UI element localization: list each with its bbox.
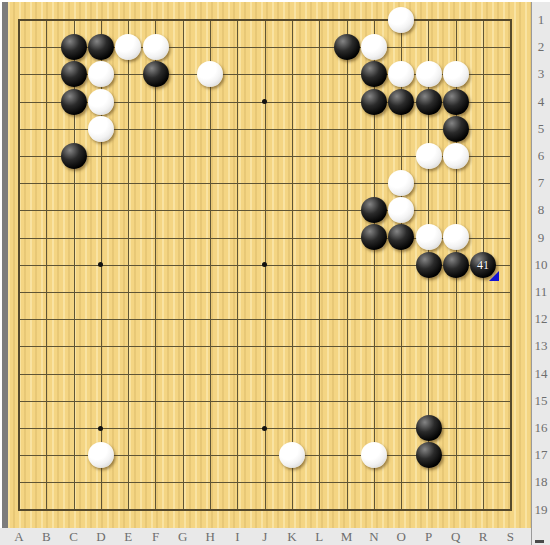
intersection-L10[interactable]	[306, 251, 333, 278]
intersection-B17[interactable]	[33, 441, 60, 468]
intersection-Q19[interactable]	[442, 496, 469, 523]
intersection-G2[interactable]	[169, 34, 196, 61]
intersection-J15[interactable]	[251, 387, 278, 414]
intersection-Q11[interactable]	[442, 278, 469, 305]
intersection-D11[interactable]	[87, 278, 114, 305]
white-stone-O7[interactable]	[388, 170, 414, 196]
intersection-C13[interactable]	[60, 333, 87, 360]
intersection-H19[interactable]	[196, 496, 223, 523]
intersection-G19[interactable]	[169, 496, 196, 523]
intersection-J1[interactable]	[251, 6, 278, 33]
intersection-E19[interactable]	[115, 496, 142, 523]
intersection-O1[interactable]	[388, 6, 415, 33]
white-stone-O1[interactable]	[388, 7, 414, 33]
intersection-S1[interactable]	[497, 6, 524, 33]
intersection-A1[interactable]	[5, 6, 32, 33]
intersection-O9[interactable]	[388, 224, 415, 251]
intersection-F11[interactable]	[142, 278, 169, 305]
intersection-G9[interactable]	[169, 224, 196, 251]
intersection-I9[interactable]	[224, 224, 251, 251]
intersection-O6[interactable]	[388, 142, 415, 169]
intersection-D3[interactable]	[87, 61, 114, 88]
intersection-L5[interactable]	[306, 115, 333, 142]
intersection-M1[interactable]	[333, 6, 360, 33]
black-stone-O4[interactable]	[388, 89, 414, 115]
intersection-O17[interactable]	[388, 441, 415, 468]
intersection-Q1[interactable]	[442, 6, 469, 33]
intersection-J7[interactable]	[251, 170, 278, 197]
intersection-O3[interactable]	[388, 61, 415, 88]
intersection-F6[interactable]	[142, 142, 169, 169]
intersection-R18[interactable]	[469, 469, 496, 496]
intersection-H14[interactable]	[196, 360, 223, 387]
intersection-K16[interactable]	[278, 414, 305, 441]
intersection-K18[interactable]	[278, 469, 305, 496]
intersection-Q5[interactable]	[442, 115, 469, 142]
intersection-P4[interactable]	[415, 88, 442, 115]
intersection-H16[interactable]	[196, 414, 223, 441]
intersection-C16[interactable]	[60, 414, 87, 441]
intersection-I12[interactable]	[224, 305, 251, 332]
intersection-F15[interactable]	[142, 387, 169, 414]
intersection-E13[interactable]	[115, 333, 142, 360]
intersection-M13[interactable]	[333, 333, 360, 360]
intersection-D12[interactable]	[87, 305, 114, 332]
intersection-B16[interactable]	[33, 414, 60, 441]
intersection-H18[interactable]	[196, 469, 223, 496]
intersection-P11[interactable]	[415, 278, 442, 305]
black-stone-C2[interactable]	[61, 34, 87, 60]
intersection-Q16[interactable]	[442, 414, 469, 441]
intersection-S8[interactable]	[497, 197, 524, 224]
intersection-J9[interactable]	[251, 224, 278, 251]
intersection-Q9[interactable]	[442, 224, 469, 251]
intersection-H13[interactable]	[196, 333, 223, 360]
intersection-H8[interactable]	[196, 197, 223, 224]
black-stone-N3[interactable]	[361, 61, 387, 87]
intersection-R2[interactable]	[469, 34, 496, 61]
intersection-D5[interactable]	[87, 115, 114, 142]
intersection-P12[interactable]	[415, 305, 442, 332]
intersection-O15[interactable]	[388, 387, 415, 414]
intersection-B9[interactable]	[33, 224, 60, 251]
intersection-A19[interactable]	[5, 496, 32, 523]
intersection-G12[interactable]	[169, 305, 196, 332]
black-stone-C6[interactable]	[61, 143, 87, 169]
intersection-B11[interactable]	[33, 278, 60, 305]
intersection-A9[interactable]	[5, 224, 32, 251]
intersection-K6[interactable]	[278, 142, 305, 169]
intersection-S19[interactable]	[497, 496, 524, 523]
intersection-K5[interactable]	[278, 115, 305, 142]
intersection-M4[interactable]	[333, 88, 360, 115]
intersection-Q17[interactable]	[442, 441, 469, 468]
intersection-B18[interactable]	[33, 469, 60, 496]
black-stone-P16[interactable]	[416, 415, 442, 441]
intersection-L11[interactable]	[306, 278, 333, 305]
intersection-N5[interactable]	[360, 115, 387, 142]
intersection-K14[interactable]	[278, 360, 305, 387]
intersection-P8[interactable]	[415, 197, 442, 224]
intersection-G16[interactable]	[169, 414, 196, 441]
intersection-M3[interactable]	[333, 61, 360, 88]
intersection-A4[interactable]	[5, 88, 32, 115]
intersection-N14[interactable]	[360, 360, 387, 387]
white-stone-Q3[interactable]	[443, 61, 469, 87]
intersection-M11[interactable]	[333, 278, 360, 305]
intersection-A11[interactable]	[5, 278, 32, 305]
intersection-P9[interactable]	[415, 224, 442, 251]
black-stone-N9[interactable]	[361, 224, 387, 250]
intersection-I7[interactable]	[224, 170, 251, 197]
intersection-N17[interactable]	[360, 441, 387, 468]
intersection-A2[interactable]	[5, 34, 32, 61]
intersection-Q14[interactable]	[442, 360, 469, 387]
intersection-F18[interactable]	[142, 469, 169, 496]
intersection-S12[interactable]	[497, 305, 524, 332]
intersection-E3[interactable]	[115, 61, 142, 88]
intersection-C6[interactable]	[60, 142, 87, 169]
intersection-N2[interactable]	[360, 34, 387, 61]
intersection-R6[interactable]	[469, 142, 496, 169]
intersection-M18[interactable]	[333, 469, 360, 496]
intersection-E9[interactable]	[115, 224, 142, 251]
intersection-B2[interactable]	[33, 34, 60, 61]
intersection-C2[interactable]	[60, 34, 87, 61]
intersection-N15[interactable]	[360, 387, 387, 414]
intersection-D4[interactable]	[87, 88, 114, 115]
intersection-Q4[interactable]	[442, 88, 469, 115]
intersection-O16[interactable]	[388, 414, 415, 441]
intersection-D8[interactable]	[87, 197, 114, 224]
intersection-G6[interactable]	[169, 142, 196, 169]
intersection-C5[interactable]	[60, 115, 87, 142]
black-stone-Q10[interactable]	[443, 252, 469, 278]
intersection-Q12[interactable]	[442, 305, 469, 332]
intersection-K17[interactable]	[278, 441, 305, 468]
intersection-L7[interactable]	[306, 170, 333, 197]
intersection-L14[interactable]	[306, 360, 333, 387]
intersection-J6[interactable]	[251, 142, 278, 169]
intersection-L9[interactable]	[306, 224, 333, 251]
intersection-K8[interactable]	[278, 197, 305, 224]
intersection-K11[interactable]	[278, 278, 305, 305]
intersection-I3[interactable]	[224, 61, 251, 88]
intersection-N11[interactable]	[360, 278, 387, 305]
intersection-N1[interactable]	[360, 6, 387, 33]
intersection-S10[interactable]	[497, 251, 524, 278]
intersection-N18[interactable]	[360, 469, 387, 496]
intersection-O18[interactable]	[388, 469, 415, 496]
intersection-O12[interactable]	[388, 305, 415, 332]
intersection-K1[interactable]	[278, 6, 305, 33]
intersection-R14[interactable]	[469, 360, 496, 387]
intersection-G1[interactable]	[169, 6, 196, 33]
intersection-O14[interactable]	[388, 360, 415, 387]
intersection-E5[interactable]	[115, 115, 142, 142]
intersection-E2[interactable]	[115, 34, 142, 61]
intersection-F5[interactable]	[142, 115, 169, 142]
white-stone-D4[interactable]	[88, 89, 114, 115]
intersection-G17[interactable]	[169, 441, 196, 468]
intersection-I5[interactable]	[224, 115, 251, 142]
intersection-G8[interactable]	[169, 197, 196, 224]
intersection-P6[interactable]	[415, 142, 442, 169]
intersection-A16[interactable]	[5, 414, 32, 441]
intersection-Q3[interactable]	[442, 61, 469, 88]
intersection-D7[interactable]	[87, 170, 114, 197]
intersection-G5[interactable]	[169, 115, 196, 142]
intersection-M9[interactable]	[333, 224, 360, 251]
intersection-F12[interactable]	[142, 305, 169, 332]
intersection-S4[interactable]	[497, 88, 524, 115]
intersection-G15[interactable]	[169, 387, 196, 414]
intersection-O11[interactable]	[388, 278, 415, 305]
white-stone-N17[interactable]	[361, 442, 387, 468]
intersection-A12[interactable]	[5, 305, 32, 332]
intersection-I14[interactable]	[224, 360, 251, 387]
intersection-H6[interactable]	[196, 142, 223, 169]
intersection-O13[interactable]	[388, 333, 415, 360]
intersection-H7[interactable]	[196, 170, 223, 197]
intersection-L19[interactable]	[306, 496, 333, 523]
intersection-P13[interactable]	[415, 333, 442, 360]
intersection-L18[interactable]	[306, 469, 333, 496]
intersection-C8[interactable]	[60, 197, 87, 224]
black-stone-C3[interactable]	[61, 61, 87, 87]
intersection-D19[interactable]	[87, 496, 114, 523]
intersection-Q15[interactable]	[442, 387, 469, 414]
intersection-H4[interactable]	[196, 88, 223, 115]
intersection-F1[interactable]	[142, 6, 169, 33]
intersection-E16[interactable]	[115, 414, 142, 441]
intersection-H15[interactable]	[196, 387, 223, 414]
intersection-J18[interactable]	[251, 469, 278, 496]
intersection-E14[interactable]	[115, 360, 142, 387]
intersection-B15[interactable]	[33, 387, 60, 414]
intersection-C19[interactable]	[60, 496, 87, 523]
intersection-D13[interactable]	[87, 333, 114, 360]
intersection-O4[interactable]	[388, 88, 415, 115]
intersection-E11[interactable]	[115, 278, 142, 305]
intersection-A8[interactable]	[5, 197, 32, 224]
intersection-C12[interactable]	[60, 305, 87, 332]
intersection-L3[interactable]	[306, 61, 333, 88]
intersection-S3[interactable]	[497, 61, 524, 88]
intersection-E18[interactable]	[115, 469, 142, 496]
intersection-B4[interactable]	[33, 88, 60, 115]
intersection-M5[interactable]	[333, 115, 360, 142]
intersection-I4[interactable]	[224, 88, 251, 115]
intersection-O5[interactable]	[388, 115, 415, 142]
intersection-L2[interactable]	[306, 34, 333, 61]
intersection-S13[interactable]	[497, 333, 524, 360]
intersection-F4[interactable]	[142, 88, 169, 115]
intersection-G14[interactable]	[169, 360, 196, 387]
intersection-P1[interactable]	[415, 6, 442, 33]
intersection-A15[interactable]	[5, 387, 32, 414]
intersection-H5[interactable]	[196, 115, 223, 142]
intersection-A3[interactable]	[5, 61, 32, 88]
intersection-P17[interactable]	[415, 441, 442, 468]
intersection-R9[interactable]	[469, 224, 496, 251]
intersection-E1[interactable]	[115, 6, 142, 33]
intersection-B13[interactable]	[33, 333, 60, 360]
intersection-D6[interactable]	[87, 142, 114, 169]
intersection-R1[interactable]	[469, 6, 496, 33]
intersection-I11[interactable]	[224, 278, 251, 305]
intersection-C10[interactable]	[60, 251, 87, 278]
intersection-R13[interactable]	[469, 333, 496, 360]
intersection-G18[interactable]	[169, 469, 196, 496]
intersection-I10[interactable]	[224, 251, 251, 278]
intersection-P7[interactable]	[415, 170, 442, 197]
intersection-M6[interactable]	[333, 142, 360, 169]
intersection-F3[interactable]	[142, 61, 169, 88]
intersection-H9[interactable]	[196, 224, 223, 251]
intersection-A14[interactable]	[5, 360, 32, 387]
white-stone-Q9[interactable]	[443, 224, 469, 250]
intersection-B7[interactable]	[33, 170, 60, 197]
intersection-P10[interactable]	[415, 251, 442, 278]
intersection-A13[interactable]	[5, 333, 32, 360]
intersection-I2[interactable]	[224, 34, 251, 61]
intersection-C14[interactable]	[60, 360, 87, 387]
black-stone-Q4[interactable]	[443, 89, 469, 115]
intersection-I8[interactable]	[224, 197, 251, 224]
intersection-F17[interactable]	[142, 441, 169, 468]
intersection-I1[interactable]	[224, 6, 251, 33]
black-stone-N4[interactable]	[361, 89, 387, 115]
white-stone-D17[interactable]	[88, 442, 114, 468]
intersection-B10[interactable]	[33, 251, 60, 278]
intersection-C11[interactable]	[60, 278, 87, 305]
intersection-K13[interactable]	[278, 333, 305, 360]
intersection-J3[interactable]	[251, 61, 278, 88]
intersection-S9[interactable]	[497, 224, 524, 251]
white-stone-H3[interactable]	[197, 61, 223, 87]
intersection-C4[interactable]	[60, 88, 87, 115]
white-stone-N2[interactable]	[361, 34, 387, 60]
intersection-N16[interactable]	[360, 414, 387, 441]
intersection-I6[interactable]	[224, 142, 251, 169]
intersection-O8[interactable]	[388, 197, 415, 224]
intersection-R7[interactable]	[469, 170, 496, 197]
intersection-K9[interactable]	[278, 224, 305, 251]
intersection-S7[interactable]	[497, 170, 524, 197]
intersection-K7[interactable]	[278, 170, 305, 197]
intersection-S15[interactable]	[497, 387, 524, 414]
intersection-M7[interactable]	[333, 170, 360, 197]
intersection-H1[interactable]	[196, 6, 223, 33]
intersection-A18[interactable]	[5, 469, 32, 496]
black-stone-P17[interactable]	[416, 442, 442, 468]
intersection-J16[interactable]	[251, 414, 278, 441]
intersection-Q18[interactable]	[442, 469, 469, 496]
intersection-E10[interactable]	[115, 251, 142, 278]
intersection-E15[interactable]	[115, 387, 142, 414]
intersection-E7[interactable]	[115, 170, 142, 197]
intersection-D17[interactable]	[87, 441, 114, 468]
intersection-A5[interactable]	[5, 115, 32, 142]
intersection-E4[interactable]	[115, 88, 142, 115]
intersection-E6[interactable]	[115, 142, 142, 169]
intersection-J2[interactable]	[251, 34, 278, 61]
intersection-S11[interactable]	[497, 278, 524, 305]
intersection-J4[interactable]	[251, 88, 278, 115]
intersection-B3[interactable]	[33, 61, 60, 88]
intersection-D10[interactable]	[87, 251, 114, 278]
intersection-B5[interactable]	[33, 115, 60, 142]
intersection-L1[interactable]	[306, 6, 333, 33]
intersection-Q6[interactable]	[442, 142, 469, 169]
intersection-P18[interactable]	[415, 469, 442, 496]
intersection-G3[interactable]	[169, 61, 196, 88]
intersection-B14[interactable]	[33, 360, 60, 387]
intersection-P2[interactable]	[415, 34, 442, 61]
intersection-S6[interactable]	[497, 142, 524, 169]
intersection-J11[interactable]	[251, 278, 278, 305]
white-stone-E2[interactable]	[115, 34, 141, 60]
intersection-S14[interactable]	[497, 360, 524, 387]
intersection-B12[interactable]	[33, 305, 60, 332]
intersection-J17[interactable]	[251, 441, 278, 468]
intersection-A7[interactable]	[5, 170, 32, 197]
intersection-E12[interactable]	[115, 305, 142, 332]
intersection-A17[interactable]	[5, 441, 32, 468]
intersection-L6[interactable]	[306, 142, 333, 169]
intersection-F10[interactable]	[142, 251, 169, 278]
intersection-K3[interactable]	[278, 61, 305, 88]
intersection-S5[interactable]	[497, 115, 524, 142]
intersection-F2[interactable]	[142, 34, 169, 61]
intersection-M16[interactable]	[333, 414, 360, 441]
intersection-J19[interactable]	[251, 496, 278, 523]
intersection-K19[interactable]	[278, 496, 305, 523]
white-stone-P3[interactable]	[416, 61, 442, 87]
intersection-R5[interactable]	[469, 115, 496, 142]
black-stone-P4[interactable]	[416, 89, 442, 115]
intersection-N12[interactable]	[360, 305, 387, 332]
intersection-K4[interactable]	[278, 88, 305, 115]
intersection-G11[interactable]	[169, 278, 196, 305]
intersection-M14[interactable]	[333, 360, 360, 387]
intersection-R12[interactable]	[469, 305, 496, 332]
intersection-D1[interactable]	[87, 6, 114, 33]
intersection-J12[interactable]	[251, 305, 278, 332]
intersection-C15[interactable]	[60, 387, 87, 414]
intersection-K10[interactable]	[278, 251, 305, 278]
white-stone-D5[interactable]	[88, 116, 114, 142]
intersection-F14[interactable]	[142, 360, 169, 387]
intersection-O19[interactable]	[388, 496, 415, 523]
intersection-C3[interactable]	[60, 61, 87, 88]
intersection-I13[interactable]	[224, 333, 251, 360]
intersection-R3[interactable]	[469, 61, 496, 88]
intersection-S16[interactable]	[497, 414, 524, 441]
intersection-D18[interactable]	[87, 469, 114, 496]
intersection-M19[interactable]	[333, 496, 360, 523]
intersection-O2[interactable]	[388, 34, 415, 61]
intersection-C18[interactable]	[60, 469, 87, 496]
intersection-I16[interactable]	[224, 414, 251, 441]
intersection-C1[interactable]	[60, 6, 87, 33]
intersection-R4[interactable]	[469, 88, 496, 115]
intersection-P16[interactable]	[415, 414, 442, 441]
intersection-B6[interactable]	[33, 142, 60, 169]
intersection-F19[interactable]	[142, 496, 169, 523]
intersection-H3[interactable]	[196, 61, 223, 88]
